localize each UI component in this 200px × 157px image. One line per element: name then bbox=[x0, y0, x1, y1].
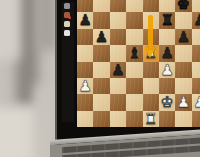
wood-texture bbox=[77, 45, 93, 61]
piece-wP-a3[interactable]: ♟ bbox=[78, 78, 91, 94]
sidebar-chat-icon[interactable] bbox=[64, 30, 70, 36]
sidebar-piece-icon[interactable] bbox=[64, 3, 70, 9]
wood-texture bbox=[175, 111, 191, 127]
square-g2[interactable]: ♟ bbox=[175, 94, 191, 110]
square-h4[interactable] bbox=[192, 62, 200, 78]
square-g5[interactable] bbox=[175, 45, 191, 61]
wood-texture bbox=[175, 78, 191, 94]
wood-texture bbox=[192, 78, 200, 94]
wood-texture bbox=[93, 94, 109, 110]
wood-texture bbox=[143, 94, 159, 110]
wood-texture bbox=[110, 12, 126, 28]
wood-texture bbox=[159, 78, 175, 94]
square-b2[interactable] bbox=[93, 94, 109, 110]
wood-texture bbox=[93, 12, 109, 28]
wood-texture bbox=[93, 62, 109, 78]
piece-bP-a7[interactable]: ♟ bbox=[78, 12, 91, 28]
wood-texture bbox=[126, 94, 142, 110]
piece-bP-b6[interactable]: ♟ bbox=[95, 29, 108, 45]
wood-texture bbox=[126, 62, 142, 78]
piece-bP-c4[interactable]: ♟ bbox=[111, 62, 124, 78]
wood-texture bbox=[159, 111, 175, 127]
piece-bP-f5[interactable]: ♟ bbox=[160, 45, 173, 61]
bezel-glare bbox=[55, 0, 57, 146]
wood-texture bbox=[126, 0, 142, 12]
wood-texture bbox=[175, 12, 191, 28]
wood-texture bbox=[93, 0, 109, 12]
square-d7[interactable] bbox=[126, 12, 142, 28]
square-b6[interactable]: ♟ bbox=[93, 29, 109, 45]
wood-texture bbox=[77, 29, 93, 45]
piece-wK-f2[interactable]: ♚ bbox=[160, 94, 173, 110]
wood-texture bbox=[93, 78, 109, 94]
square-d8[interactable] bbox=[126, 0, 142, 12]
square-b5[interactable] bbox=[93, 45, 109, 61]
notification-dot bbox=[68, 16, 71, 19]
piece-bK-g8[interactable]: ♚ bbox=[177, 0, 190, 12]
square-g3[interactable] bbox=[175, 78, 191, 94]
square-b7[interactable] bbox=[93, 12, 109, 28]
wood-texture bbox=[192, 29, 200, 45]
square-h5[interactable] bbox=[192, 45, 200, 61]
wood-texture bbox=[110, 29, 126, 45]
wood-texture bbox=[126, 29, 142, 45]
square-f3[interactable] bbox=[159, 78, 175, 94]
square-d3[interactable] bbox=[126, 78, 142, 94]
wood-texture bbox=[175, 62, 191, 78]
wood-texture bbox=[126, 78, 142, 94]
square-a5[interactable] bbox=[77, 45, 93, 61]
square-d4[interactable] bbox=[126, 62, 142, 78]
sidebar-alert-icon[interactable] bbox=[64, 12, 70, 18]
wood-texture bbox=[192, 111, 200, 127]
background-light-corner bbox=[0, 0, 20, 60]
piece-bB-d5[interactable]: ♝ bbox=[128, 45, 141, 61]
square-f7[interactable]: ♜ bbox=[159, 12, 175, 28]
wood-texture bbox=[175, 45, 191, 61]
square-g7[interactable] bbox=[175, 12, 191, 28]
square-f5[interactable]: ♟ bbox=[159, 45, 175, 61]
sidebar-star-icon[interactable] bbox=[64, 21, 70, 27]
arrow-head bbox=[144, 47, 156, 58]
piece-bR-f7[interactable]: ♜ bbox=[160, 12, 173, 28]
square-b3[interactable] bbox=[93, 78, 109, 94]
square-c5[interactable] bbox=[110, 45, 126, 61]
square-e1[interactable]: ♜ bbox=[143, 111, 159, 127]
wood-texture bbox=[192, 45, 200, 61]
piece-wP-f4[interactable]: ♟ bbox=[160, 62, 173, 78]
arrow-shaft bbox=[148, 15, 153, 48]
square-e4[interactable] bbox=[143, 62, 159, 78]
square-b4[interactable] bbox=[93, 62, 109, 78]
wood-texture bbox=[126, 12, 142, 28]
square-b1[interactable] bbox=[93, 111, 109, 127]
piece-wP-g2[interactable]: ♟ bbox=[177, 94, 190, 110]
wood-texture bbox=[143, 78, 159, 94]
wood-texture bbox=[77, 111, 93, 127]
wood-texture bbox=[77, 94, 93, 110]
square-d6[interactable] bbox=[126, 29, 142, 45]
piece-wP-h2[interactable]: ♟ bbox=[193, 94, 200, 110]
square-c2[interactable] bbox=[110, 94, 126, 110]
square-c6[interactable] bbox=[110, 29, 126, 45]
square-h7[interactable]: ♟ bbox=[192, 12, 200, 28]
wood-texture bbox=[110, 111, 126, 127]
square-g8[interactable]: ♚ bbox=[175, 0, 191, 12]
square-f2[interactable]: ♚ bbox=[159, 94, 175, 110]
square-g4[interactable] bbox=[175, 62, 191, 78]
square-f4[interactable]: ♟ bbox=[159, 62, 175, 78]
square-d1[interactable] bbox=[126, 111, 142, 127]
square-c3[interactable] bbox=[110, 78, 126, 94]
piece-bP-g6[interactable]: ♟ bbox=[177, 29, 190, 45]
square-g6[interactable]: ♟ bbox=[175, 29, 191, 45]
square-a2[interactable] bbox=[77, 94, 93, 110]
square-a1[interactable] bbox=[77, 111, 93, 127]
square-c7[interactable] bbox=[110, 12, 126, 28]
square-e2[interactable] bbox=[143, 94, 159, 110]
square-c8[interactable] bbox=[110, 0, 126, 12]
square-a7[interactable]: ♟ bbox=[77, 12, 93, 28]
wood-texture bbox=[126, 111, 142, 127]
piece-wR-e1[interactable]: ♜ bbox=[144, 111, 157, 127]
square-e3[interactable] bbox=[143, 78, 159, 94]
wood-texture bbox=[192, 62, 200, 78]
wood-texture bbox=[110, 94, 126, 110]
square-g1[interactable] bbox=[175, 111, 191, 127]
square-h2[interactable]: ♟ bbox=[192, 94, 200, 110]
photo-scene: ♚♟♜♟♟♟♝♜♟♟♟♟♚♟♟♜ bbox=[0, 0, 200, 157]
wood-texture bbox=[159, 29, 175, 45]
wood-texture bbox=[93, 111, 109, 127]
square-d5[interactable]: ♝ bbox=[126, 45, 142, 61]
app-sidebar bbox=[62, 2, 74, 122]
wood-texture bbox=[143, 62, 159, 78]
square-h3[interactable] bbox=[192, 78, 200, 94]
square-d2[interactable] bbox=[126, 94, 142, 110]
chess-board[interactable]: ♚♟♜♟♟♟♝♜♟♟♟♟♚♟♟♜ bbox=[77, 0, 200, 127]
square-c4[interactable]: ♟ bbox=[110, 62, 126, 78]
wood-texture bbox=[110, 45, 126, 61]
square-c1[interactable] bbox=[110, 111, 126, 127]
square-f1[interactable] bbox=[159, 111, 175, 127]
square-e8[interactable] bbox=[143, 0, 159, 12]
square-a3[interactable]: ♟ bbox=[77, 78, 93, 94]
wood-texture bbox=[110, 0, 126, 12]
square-b8[interactable] bbox=[93, 0, 109, 12]
piece-bP-h7[interactable]: ♟ bbox=[193, 12, 200, 28]
square-a6[interactable] bbox=[77, 29, 93, 45]
wood-texture bbox=[77, 62, 93, 78]
square-h1[interactable] bbox=[192, 111, 200, 127]
square-h6[interactable] bbox=[192, 29, 200, 45]
wood-texture bbox=[110, 78, 126, 94]
square-f6[interactable] bbox=[159, 29, 175, 45]
square-a4[interactable] bbox=[77, 62, 93, 78]
wood-texture bbox=[93, 45, 109, 61]
wood-texture bbox=[143, 0, 159, 12]
